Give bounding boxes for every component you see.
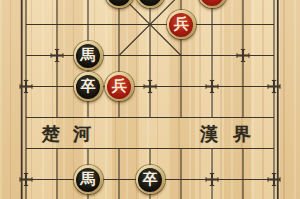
piece-body: 馬 xyxy=(76,168,100,192)
red-red-soldier-piece[interactable]: 兵 xyxy=(105,72,134,101)
black-black-soldier-piece[interactable]: 卒 xyxy=(136,165,165,194)
black-black-horse-piece[interactable]: 馬 xyxy=(74,41,103,70)
piece-character: 馬 xyxy=(81,48,96,63)
piece-body: 兵 xyxy=(169,13,193,37)
piece-body xyxy=(200,0,224,6)
piece-layer: 兵馬卒兵馬卒 xyxy=(11,0,290,195)
piece-body: 卒 xyxy=(76,75,100,99)
piece-character: 卒 xyxy=(81,79,96,94)
red-red-soldier-piece[interactable]: 兵 xyxy=(167,10,196,39)
red-cutoff-piece-piece[interactable] xyxy=(198,0,227,8)
piece-body xyxy=(138,0,162,6)
piece-body: 馬 xyxy=(76,44,100,68)
piece-body: 兵 xyxy=(107,75,131,99)
piece-character: 兵 xyxy=(112,79,127,94)
piece-body xyxy=(107,0,131,6)
piece-character: 兵 xyxy=(174,17,189,32)
black-cutoff-piece-piece[interactable] xyxy=(105,0,134,8)
piece-character: 馬 xyxy=(81,172,96,187)
black-cutoff-piece-piece[interactable] xyxy=(136,0,165,8)
black-black-soldier-piece[interactable]: 卒 xyxy=(74,72,103,101)
piece-body: 卒 xyxy=(138,168,162,192)
black-black-horse-piece[interactable]: 馬 xyxy=(74,165,103,194)
screenshot: 楚河 漢界 兵馬卒兵馬卒 xyxy=(0,0,300,199)
piece-character: 卒 xyxy=(143,172,158,187)
xiangqi-board: 楚河 漢界 兵馬卒兵馬卒 xyxy=(0,0,300,199)
